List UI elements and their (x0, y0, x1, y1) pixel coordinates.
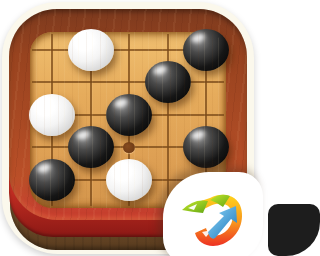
white-stone (29, 94, 75, 136)
black-stone (183, 29, 229, 71)
black-stone (106, 94, 152, 136)
white-stone (68, 29, 114, 71)
black-stone (145, 61, 191, 103)
black-stone (183, 126, 229, 168)
black-stone (68, 126, 114, 168)
tencent-games-logo-icon (180, 188, 246, 252)
black-stone (29, 159, 75, 201)
star-point (123, 142, 135, 153)
white-stone (106, 159, 152, 201)
grid-line-horizontal (32, 81, 224, 83)
